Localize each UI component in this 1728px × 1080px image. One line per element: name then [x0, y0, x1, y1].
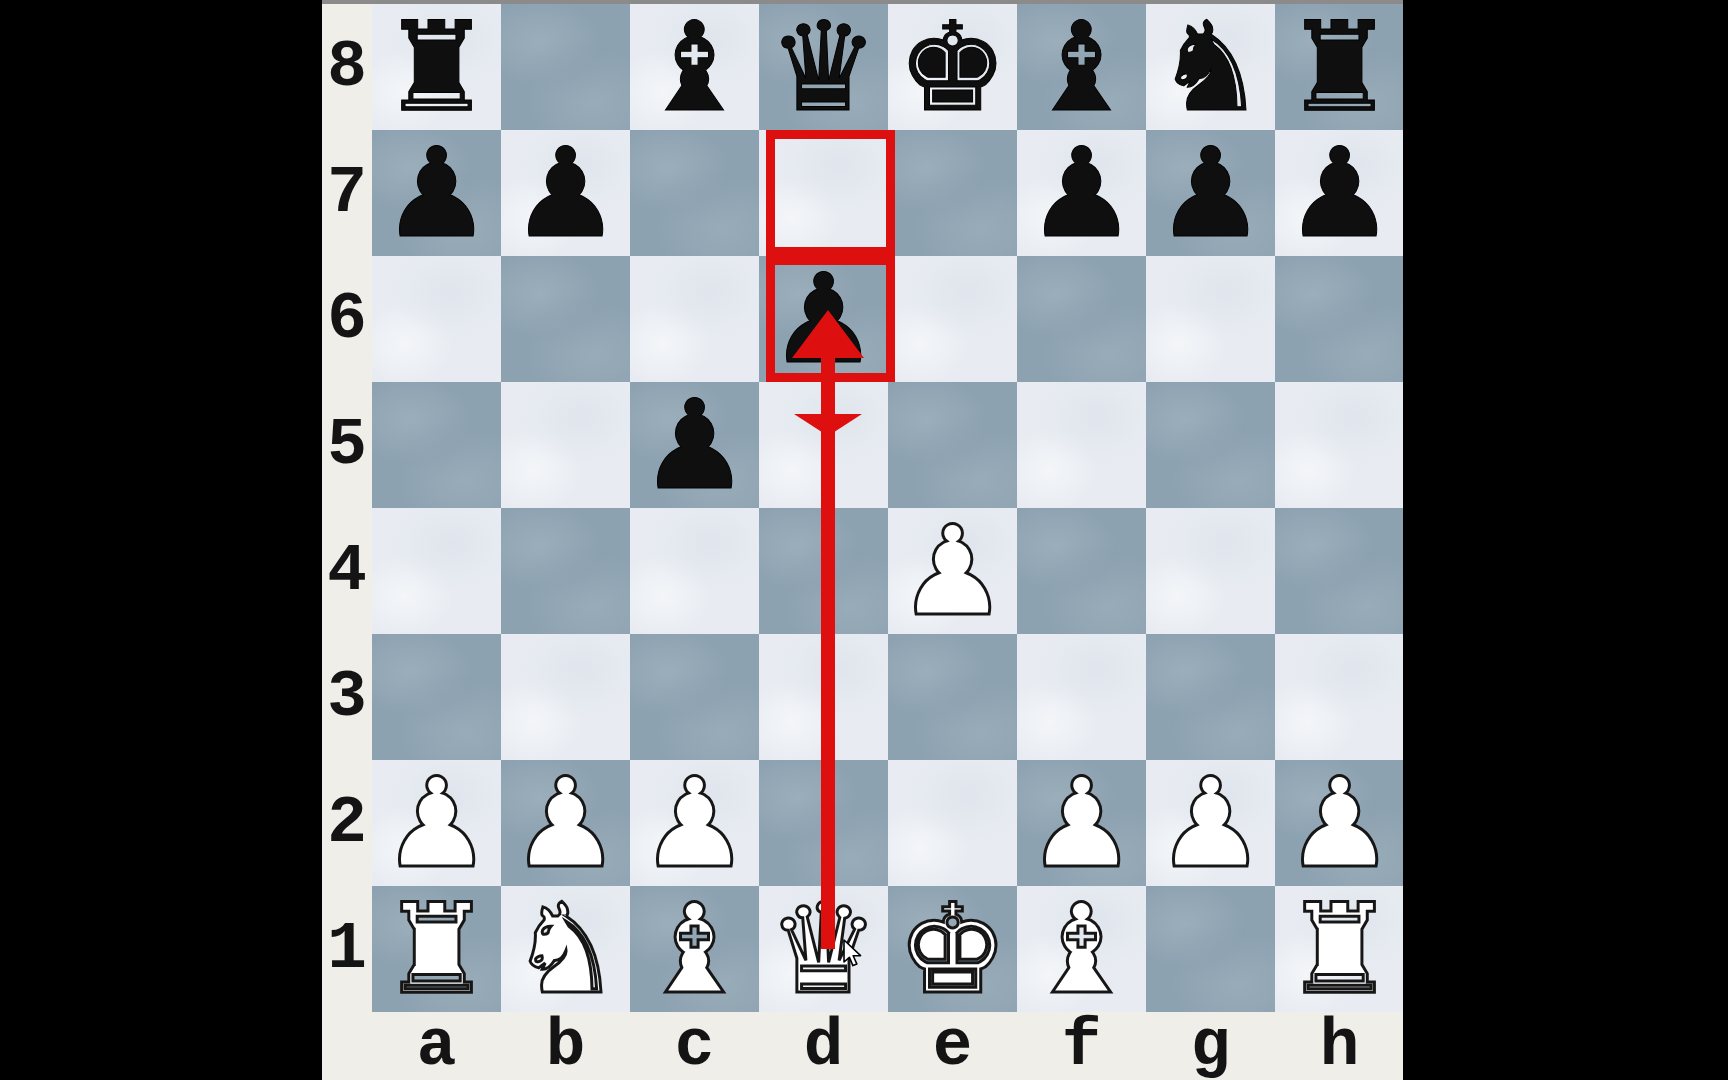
piece-black-knight-g8[interactable]: ♞: [1146, 4, 1275, 130]
board: ♜♝♛♚♝♞♜♟♟♟♟♟♟♟♟♟♟♟♟♟♟♜♞♝♛♚♝♜: [372, 4, 1404, 1012]
piece-white-pawn-f2[interactable]: ♟: [1017, 760, 1146, 886]
square-g4[interactable]: [1146, 508, 1275, 634]
piece-white-bishop-c1[interactable]: ♝: [630, 886, 759, 1012]
square-b2[interactable]: ♟: [501, 760, 630, 886]
square-f2[interactable]: ♟: [1017, 760, 1146, 886]
square-d4[interactable]: [759, 508, 888, 634]
square-g2[interactable]: ♟: [1146, 760, 1275, 886]
square-h8[interactable]: ♜: [1275, 4, 1404, 130]
piece-white-pawn-g2[interactable]: ♟: [1146, 760, 1275, 886]
file-label-d: d: [759, 1014, 888, 1078]
square-c1[interactable]: ♝: [630, 886, 759, 1012]
piece-white-bishop-f1[interactable]: ♝: [1017, 886, 1146, 1012]
square-a4[interactable]: [372, 508, 501, 634]
square-e2[interactable]: [888, 760, 1017, 886]
file-label-c: c: [630, 1014, 759, 1078]
square-c8[interactable]: ♝: [630, 4, 759, 130]
square-a6[interactable]: [372, 256, 501, 382]
mouse-cursor-icon: [843, 939, 867, 971]
square-f5[interactable]: [1017, 382, 1146, 508]
square-f3[interactable]: [1017, 634, 1146, 760]
square-a5[interactable]: [372, 382, 501, 508]
square-a3[interactable]: [372, 634, 501, 760]
chess-app: 87654321 ♜♝♛♚♝♞♜♟♟♟♟♟♟♟♟♟♟♟♟♟♟♜♞♝♛♚♝♜ ab…: [322, 0, 1403, 1080]
square-f1[interactable]: ♝: [1017, 886, 1146, 1012]
square-h2[interactable]: ♟: [1275, 760, 1404, 886]
square-c5[interactable]: ♟: [630, 382, 759, 508]
square-f8[interactable]: ♝: [1017, 4, 1146, 130]
square-d1[interactable]: ♛: [759, 886, 888, 1012]
square-g3[interactable]: [1146, 634, 1275, 760]
square-e5[interactable]: [888, 382, 1017, 508]
square-b8[interactable]: [501, 4, 630, 130]
square-a1[interactable]: ♜: [372, 886, 501, 1012]
square-b1[interactable]: ♞: [501, 886, 630, 1012]
piece-black-rook-h8[interactable]: ♜: [1275, 4, 1404, 130]
piece-black-pawn-d6[interactable]: ♟: [759, 256, 888, 382]
piece-black-pawn-g7[interactable]: ♟: [1146, 130, 1275, 256]
piece-black-queen-d8[interactable]: ♛: [759, 4, 888, 130]
square-h4[interactable]: [1275, 508, 1404, 634]
square-h1[interactable]: ♜: [1275, 886, 1404, 1012]
piece-white-pawn-b2[interactable]: ♟: [501, 760, 630, 886]
screen: 87654321 ♜♝♛♚♝♞♜♟♟♟♟♟♟♟♟♟♟♟♟♟♟♜♞♝♛♚♝♜ ab…: [0, 0, 1728, 1080]
square-d7[interactable]: [759, 130, 888, 256]
square-a7[interactable]: ♟: [372, 130, 501, 256]
file-label-e: e: [888, 1014, 1017, 1078]
piece-white-pawn-a2[interactable]: ♟: [372, 760, 501, 886]
piece-black-bishop-c8[interactable]: ♝: [630, 4, 759, 130]
square-g7[interactable]: ♟: [1146, 130, 1275, 256]
square-b6[interactable]: [501, 256, 630, 382]
file-label-f: f: [1017, 1014, 1146, 1078]
rank-label-7: 7: [324, 130, 370, 256]
piece-black-rook-a8[interactable]: ♜: [372, 4, 501, 130]
square-a8[interactable]: ♜: [372, 4, 501, 130]
piece-black-pawn-b7[interactable]: ♟: [501, 130, 630, 256]
square-b7[interactable]: ♟: [501, 130, 630, 256]
square-d2[interactable]: [759, 760, 888, 886]
square-c4[interactable]: [630, 508, 759, 634]
piece-white-pawn-e4[interactable]: ♟: [888, 508, 1017, 634]
square-c2[interactable]: ♟: [630, 760, 759, 886]
square-g8[interactable]: ♞: [1146, 4, 1275, 130]
piece-black-pawn-a7[interactable]: ♟: [372, 130, 501, 256]
piece-black-king-e8[interactable]: ♚: [888, 4, 1017, 130]
square-g5[interactable]: [1146, 382, 1275, 508]
piece-black-bishop-f8[interactable]: ♝: [1017, 4, 1146, 130]
square-f6[interactable]: [1017, 256, 1146, 382]
square-h6[interactable]: [1275, 256, 1404, 382]
square-h5[interactable]: [1275, 382, 1404, 508]
square-d3[interactable]: [759, 634, 888, 760]
piece-white-pawn-h2[interactable]: ♟: [1275, 760, 1404, 886]
square-h7[interactable]: ♟: [1275, 130, 1404, 256]
square-b3[interactable]: [501, 634, 630, 760]
square-e3[interactable]: [888, 634, 1017, 760]
square-c3[interactable]: [630, 634, 759, 760]
square-e4[interactable]: ♟: [888, 508, 1017, 634]
square-f4[interactable]: [1017, 508, 1146, 634]
square-e8[interactable]: ♚: [888, 4, 1017, 130]
square-b5[interactable]: [501, 382, 630, 508]
rank-label-6: 6: [324, 256, 370, 382]
square-f7[interactable]: ♟: [1017, 130, 1146, 256]
piece-black-pawn-f7[interactable]: ♟: [1017, 130, 1146, 256]
rank-label-4: 4: [324, 508, 370, 634]
square-d5[interactable]: [759, 382, 888, 508]
square-g1[interactable]: [1146, 886, 1275, 1012]
file-label-h: h: [1275, 1014, 1404, 1078]
rank-label-5: 5: [324, 382, 370, 508]
square-c7[interactable]: [630, 130, 759, 256]
file-label-g: g: [1146, 1014, 1275, 1078]
piece-white-pawn-c2[interactable]: ♟: [630, 760, 759, 886]
file-label-a: a: [372, 1014, 501, 1078]
square-e1[interactable]: ♚: [888, 886, 1017, 1012]
piece-white-rook-h1[interactable]: ♜: [1275, 886, 1404, 1012]
file-label-b: b: [501, 1014, 630, 1078]
square-e7[interactable]: [888, 130, 1017, 256]
square-b4[interactable]: [501, 508, 630, 634]
piece-white-king-e1[interactable]: ♚: [888, 886, 1017, 1012]
square-d6[interactable]: ♟: [759, 256, 888, 382]
square-a2[interactable]: ♟: [372, 760, 501, 886]
rank-label-3: 3: [324, 634, 370, 760]
piece-white-rook-a1[interactable]: ♜: [372, 886, 501, 1012]
piece-black-pawn-c5[interactable]: ♟: [630, 382, 759, 508]
square-c6[interactable]: [630, 256, 759, 382]
letterbox-left: [0, 0, 322, 1080]
square-h3[interactable]: [1275, 634, 1404, 760]
piece-white-knight-b1[interactable]: ♞: [501, 886, 630, 1012]
rank-label-1: 1: [324, 886, 370, 1012]
square-e6[interactable]: [888, 256, 1017, 382]
square-d8[interactable]: ♛: [759, 4, 888, 130]
square-g6[interactable]: [1146, 256, 1275, 382]
rank-label-8: 8: [324, 4, 370, 130]
piece-white-queen-d1[interactable]: ♛: [759, 886, 888, 1012]
piece-black-pawn-h7[interactable]: ♟: [1275, 130, 1404, 256]
letterbox-right: [1403, 0, 1728, 1080]
rank-label-2: 2: [324, 760, 370, 886]
